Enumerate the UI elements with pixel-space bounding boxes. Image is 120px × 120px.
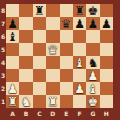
piece-white-queen-d5[interactable]: ♛ [47,43,58,55]
square-c7[interactable] [33,17,46,30]
square-g1[interactable]: ♚ [86,95,99,108]
square-e3[interactable] [60,69,73,82]
square-f6[interactable] [73,30,86,43]
piece-white-bishop-f4[interactable]: ♝ [74,56,85,68]
piece-black-knight-g4[interactable]: ♞ [88,56,99,68]
square-f4[interactable]: ♝ [73,56,86,69]
square-c8[interactable]: ♜ [33,4,46,17]
piece-white-knight-b1[interactable]: ♞ [21,95,32,107]
square-a1[interactable]: ♜ [6,95,19,108]
piece-white-pawn-a2[interactable]: ♟ [7,82,18,94]
piece-white-bishop-g2[interactable]: ♝ [88,82,99,94]
square-b8[interactable] [19,4,32,17]
square-g6[interactable] [86,30,99,43]
square-h5[interactable] [100,43,113,56]
square-d3[interactable] [46,69,59,82]
file-label-g: G [86,108,99,120]
chess-board-frame: ♜♜♚♟♛♟♟♟♝♛♝♞♟♟♟♝♜♞♜♚ 87654321 ABCDEFGH [0,0,120,120]
square-e4[interactable] [60,56,73,69]
square-b7[interactable] [19,17,32,30]
file-label-c: C [33,108,46,120]
piece-black-king-g8[interactable]: ♚ [88,4,99,16]
file-label-a: A [6,108,19,120]
piece-black-pawn-a7[interactable]: ♟ [7,17,18,29]
square-c4[interactable] [33,56,46,69]
file-label-f: F [73,108,86,120]
rank-label-5: 5 [0,43,6,56]
square-c3[interactable] [33,69,46,82]
square-d7[interactable] [46,17,59,30]
file-label-e: E [60,108,73,120]
piece-black-rook-c8[interactable]: ♜ [34,4,45,16]
chess-board: ♜♜♚♟♛♟♟♟♝♛♝♞♟♟♟♝♜♞♜♚ [6,4,113,108]
square-h1[interactable] [100,95,113,108]
square-d4[interactable] [46,56,59,69]
square-e2[interactable] [60,82,73,95]
piece-white-rook-d1[interactable]: ♜ [47,95,58,107]
square-e7[interactable]: ♛ [60,17,73,30]
square-h3[interactable] [100,69,113,82]
piece-black-pawn-g7[interactable]: ♟ [88,17,99,29]
file-label-d: D [46,108,59,120]
rank-label-4: 4 [0,56,6,69]
square-h2[interactable] [100,82,113,95]
rank-label-3: 3 [0,69,6,82]
square-d8[interactable] [46,4,59,17]
piece-black-queen-e7[interactable]: ♛ [61,17,72,29]
square-b4[interactable] [19,56,32,69]
square-e5[interactable] [60,43,73,56]
square-f1[interactable] [73,95,86,108]
square-b6[interactable] [19,30,32,43]
square-h7[interactable]: ♟ [100,17,113,30]
square-a6[interactable]: ♝ [6,30,19,43]
file-label-h: H [100,108,113,120]
rank-label-7: 7 [0,17,6,30]
square-b5[interactable] [19,43,32,56]
piece-black-rook-f8[interactable]: ♜ [74,4,85,16]
square-c1[interactable] [33,95,46,108]
square-f7[interactable]: ♟ [73,17,86,30]
piece-black-pawn-h7[interactable]: ♟ [101,17,112,29]
square-h6[interactable] [100,30,113,43]
rank-label-6: 6 [0,30,6,43]
file-label-b: B [19,108,32,120]
square-c6[interactable] [33,30,46,43]
rank-label-1: 1 [0,95,6,108]
rank-label-8: 8 [0,4,6,17]
square-g7[interactable]: ♟ [86,17,99,30]
piece-black-pawn-f7[interactable]: ♟ [74,17,85,29]
piece-black-bishop-a6[interactable]: ♝ [7,30,18,42]
rank-label-2: 2 [0,82,6,95]
square-f2[interactable]: ♟ [73,82,86,95]
piece-white-rook-a1[interactable]: ♜ [7,95,18,107]
square-h4[interactable] [100,56,113,69]
square-d5[interactable]: ♛ [46,43,59,56]
square-b3[interactable] [19,69,32,82]
square-a4[interactable] [6,56,19,69]
square-c2[interactable] [33,82,46,95]
square-c5[interactable] [33,43,46,56]
square-e1[interactable] [60,95,73,108]
piece-white-pawn-g3[interactable]: ♟ [88,69,99,81]
piece-white-pawn-f2[interactable]: ♟ [74,82,85,94]
square-b1[interactable]: ♞ [19,95,32,108]
square-a5[interactable] [6,43,19,56]
square-e6[interactable] [60,30,73,43]
square-d1[interactable]: ♜ [46,95,59,108]
piece-white-king-g1[interactable]: ♚ [88,95,99,107]
